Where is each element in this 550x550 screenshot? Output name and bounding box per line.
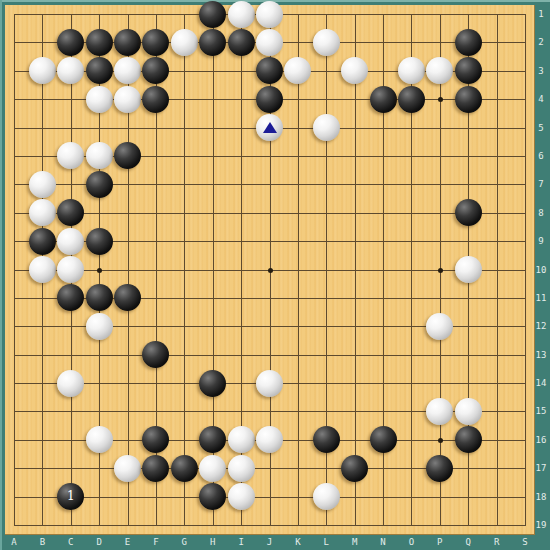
stone-white-O3[interactable] (398, 57, 425, 84)
col-label-N: N (375, 537, 391, 547)
stone-white-D4[interactable] (86, 86, 113, 113)
stone-white-B7[interactable] (29, 171, 56, 198)
row-label-19: 19 (533, 520, 549, 530)
stone-white-C9[interactable] (57, 228, 84, 255)
stone-black-D7[interactable] (86, 171, 113, 198)
row-label-2: 2 (533, 37, 549, 47)
stone-black-Q3[interactable] (455, 57, 482, 84)
stone-black-Q16[interactable] (455, 426, 482, 453)
grid-line-vertical (497, 14, 498, 526)
col-label-J: J (262, 537, 278, 547)
stone-black-I2[interactable] (228, 29, 255, 56)
stone-black-B9[interactable] (29, 228, 56, 255)
star-point (438, 438, 443, 443)
row-label-8: 8 (533, 208, 549, 218)
row-label-5: 5 (533, 123, 549, 133)
col-label-P: P (432, 537, 448, 547)
col-label-C: C (63, 537, 79, 547)
grid-line-vertical (298, 14, 299, 526)
stone-white-B8[interactable] (29, 199, 56, 226)
stone-white-Q10[interactable] (455, 256, 482, 283)
stone-white-L2[interactable] (313, 29, 340, 56)
row-label-15: 15 (533, 406, 549, 416)
col-label-Q: Q (460, 537, 476, 547)
stone-black-E11[interactable] (114, 284, 141, 311)
stone-black-C8[interactable] (57, 199, 84, 226)
stone-black-F4[interactable] (142, 86, 169, 113)
star-point (438, 97, 443, 102)
stone-white-Q15[interactable] (455, 398, 482, 425)
stone-white-I17[interactable] (228, 455, 255, 482)
col-label-E: E (120, 537, 136, 547)
stone-black-O4[interactable] (398, 86, 425, 113)
stone-black-C2[interactable] (57, 29, 84, 56)
stone-black-J3[interactable] (256, 57, 283, 84)
col-label-R: R (489, 537, 505, 547)
row-label-18: 18 (533, 492, 549, 502)
stone-white-P12[interactable] (426, 313, 453, 340)
stone-white-P3[interactable] (426, 57, 453, 84)
col-label-K: K (290, 537, 306, 547)
stone-black-F17[interactable] (142, 455, 169, 482)
stone-white-B3[interactable] (29, 57, 56, 84)
stone-white-I16[interactable] (228, 426, 255, 453)
col-label-A: A (6, 537, 22, 547)
stone-white-J16[interactable] (256, 426, 283, 453)
col-label-M: M (347, 537, 363, 547)
stone-white-L18[interactable] (313, 483, 340, 510)
stone-white-J1[interactable] (256, 1, 283, 28)
stone-white-P15[interactable] (426, 398, 453, 425)
stone-white-C14[interactable] (57, 370, 84, 397)
row-label-11: 11 (533, 293, 549, 303)
row-label-14: 14 (533, 378, 549, 388)
star-point (97, 268, 102, 273)
stone-black-Q2[interactable] (455, 29, 482, 56)
triangle-marker (263, 122, 277, 133)
stone-black-E2[interactable] (114, 29, 141, 56)
stone-white-E17[interactable] (114, 455, 141, 482)
stone-black-F2[interactable] (142, 29, 169, 56)
row-label-10: 10 (533, 265, 549, 275)
stone-black-D11[interactable] (86, 284, 113, 311)
stone-black-E6[interactable] (114, 142, 141, 169)
grid-line-vertical (525, 14, 526, 526)
grid-line-horizontal (14, 355, 526, 356)
stone-black-H18[interactable] (199, 483, 226, 510)
stone-black-D2[interactable] (86, 29, 113, 56)
star-point (438, 268, 443, 273)
stone-black-H1[interactable] (199, 1, 226, 28)
row-label-12: 12 (533, 321, 549, 331)
move-number-label: 1 (57, 483, 84, 510)
stone-black-F16[interactable] (142, 426, 169, 453)
col-label-G: G (176, 537, 192, 547)
stone-white-K3[interactable] (284, 57, 311, 84)
row-label-1: 1 (533, 9, 549, 19)
stone-black-J4[interactable] (256, 86, 283, 113)
row-label-4: 4 (533, 94, 549, 104)
stone-black-L16[interactable] (313, 426, 340, 453)
stone-white-D12[interactable] (86, 313, 113, 340)
col-label-F: F (148, 537, 164, 547)
col-label-I: I (233, 537, 249, 547)
stone-black-H16[interactable] (199, 426, 226, 453)
stone-white-E3[interactable] (114, 57, 141, 84)
stone-white-J2[interactable] (256, 29, 283, 56)
col-label-S: S (517, 537, 533, 547)
stone-black-G17[interactable] (171, 455, 198, 482)
col-label-H: H (205, 537, 221, 547)
grid-line-vertical (355, 14, 356, 526)
stone-black-N16[interactable] (370, 426, 397, 453)
stone-white-E4[interactable] (114, 86, 141, 113)
stone-black-D9[interactable] (86, 228, 113, 255)
stone-white-B10[interactable] (29, 256, 56, 283)
col-label-B: B (34, 537, 50, 547)
col-label-O: O (403, 537, 419, 547)
stone-white-I18[interactable] (228, 483, 255, 510)
row-label-13: 13 (533, 350, 549, 360)
row-label-16: 16 (533, 435, 549, 445)
row-label-6: 6 (533, 151, 549, 161)
stone-white-D16[interactable] (86, 426, 113, 453)
row-label-9: 9 (533, 236, 549, 246)
stone-black-M17[interactable] (341, 455, 368, 482)
stone-white-M3[interactable] (341, 57, 368, 84)
stone-white-J14[interactable] (256, 370, 283, 397)
board-layer: 1ABCDEFGHIJKLMNOPQRS12345678910111213141… (0, 0, 550, 550)
stone-white-D6[interactable] (86, 142, 113, 169)
stone-white-I1[interactable] (228, 1, 255, 28)
row-label-17: 17 (533, 463, 549, 473)
stone-black-C11[interactable] (57, 284, 84, 311)
stone-black-F13[interactable] (142, 341, 169, 368)
stone-white-C3[interactable] (57, 57, 84, 84)
stone-white-C6[interactable] (57, 142, 84, 169)
stone-black-H2[interactable] (199, 29, 226, 56)
stone-black-P17[interactable] (426, 455, 453, 482)
grid-line-horizontal (14, 525, 526, 526)
stone-black-N4[interactable] (370, 86, 397, 113)
stone-black-Q8[interactable] (455, 199, 482, 226)
col-label-L: L (318, 537, 334, 547)
col-label-D: D (91, 537, 107, 547)
stone-black-F3[interactable] (142, 57, 169, 84)
stone-black-Q4[interactable] (455, 86, 482, 113)
stone-black-D3[interactable] (86, 57, 113, 84)
stone-black-H14[interactable] (199, 370, 226, 397)
row-label-3: 3 (533, 66, 549, 76)
grid-line-horizontal (14, 497, 526, 498)
star-point (268, 268, 273, 273)
stone-white-C10[interactable] (57, 256, 84, 283)
stone-white-G2[interactable] (171, 29, 198, 56)
stone-white-H17[interactable] (199, 455, 226, 482)
stone-white-L5[interactable] (313, 114, 340, 141)
go-board-app: 1ABCDEFGHIJKLMNOPQRS12345678910111213141… (0, 0, 550, 550)
row-label-7: 7 (533, 179, 549, 189)
